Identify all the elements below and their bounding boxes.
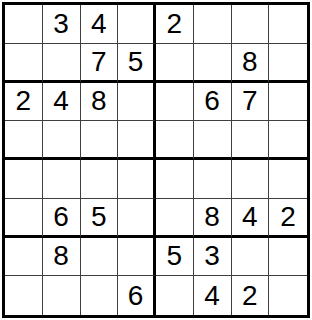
cell-r1c3: 4: [81, 5, 119, 44]
cell-r8c7: 2: [232, 276, 270, 315]
cell-r7c8[interactable]: [269, 238, 307, 277]
cell-r6c8: 2: [269, 199, 307, 238]
cell-r4c7[interactable]: [232, 121, 270, 160]
cell-r5c8[interactable]: [269, 160, 307, 199]
given-digit: 6: [128, 282, 144, 310]
cell-r2c1[interactable]: [5, 44, 43, 83]
given-digit: 6: [204, 87, 220, 115]
cell-r1c4[interactable]: [118, 5, 156, 44]
given-digit: 7: [91, 48, 107, 76]
cell-r6c7: 4: [232, 199, 270, 238]
cell-r3c7: 7: [232, 83, 270, 122]
cell-r4c4[interactable]: [118, 121, 156, 160]
given-digit: 5: [167, 242, 183, 270]
cell-r7c4[interactable]: [118, 238, 156, 277]
cell-r3c5[interactable]: [156, 83, 194, 122]
cell-r7c6: 3: [194, 238, 232, 277]
given-digit: 3: [204, 242, 220, 270]
cell-r5c1[interactable]: [5, 160, 43, 199]
cell-r2c7: 8: [232, 44, 270, 83]
cell-r1c6[interactable]: [194, 5, 232, 44]
cell-r4c8[interactable]: [269, 121, 307, 160]
cell-r1c1[interactable]: [5, 5, 43, 44]
cell-r3c4[interactable]: [118, 83, 156, 122]
cell-r5c7[interactable]: [232, 160, 270, 199]
given-digit: 4: [204, 282, 220, 310]
cell-r1c5: 2: [156, 5, 194, 44]
sudoku-board: 3427582486765842853642: [2, 2, 310, 318]
cell-r2c8[interactable]: [269, 44, 307, 83]
cell-r5c3[interactable]: [81, 160, 119, 199]
given-digit: 4: [91, 10, 107, 38]
cell-r4c5[interactable]: [156, 121, 194, 160]
cell-r4c6[interactable]: [194, 121, 232, 160]
cell-r1c7[interactable]: [232, 5, 270, 44]
given-digit: 8: [53, 242, 69, 270]
cell-r7c5: 5: [156, 238, 194, 277]
cell-r8c6: 4: [194, 276, 232, 315]
cell-r8c1[interactable]: [5, 276, 43, 315]
cell-r4c1[interactable]: [5, 121, 43, 160]
given-digit: 2: [167, 10, 183, 38]
cell-r6c6: 8: [194, 199, 232, 238]
cell-r2c5[interactable]: [156, 44, 194, 83]
cell-r8c8[interactable]: [269, 276, 307, 315]
cell-r5c4[interactable]: [118, 160, 156, 199]
cell-r1c2: 3: [43, 5, 81, 44]
cell-r7c2: 8: [43, 238, 81, 277]
given-digit: 8: [242, 48, 258, 76]
cell-r8c2[interactable]: [43, 276, 81, 315]
cell-r3c3: 8: [81, 83, 119, 122]
given-digit: 5: [128, 48, 144, 76]
cell-r2c6[interactable]: [194, 44, 232, 83]
cell-r6c4[interactable]: [118, 199, 156, 238]
cell-r3c1: 2: [5, 83, 43, 122]
cell-r7c7[interactable]: [232, 238, 270, 277]
cell-r6c3: 5: [81, 199, 119, 238]
given-digit: 7: [242, 87, 258, 115]
cell-r2c2[interactable]: [43, 44, 81, 83]
given-digit: 2: [280, 203, 296, 231]
cell-r8c5[interactable]: [156, 276, 194, 315]
cell-r3c6: 6: [194, 83, 232, 122]
given-digit: 5: [91, 203, 107, 231]
cell-r6c1[interactable]: [5, 199, 43, 238]
given-digit: 6: [53, 203, 69, 231]
cell-r7c1[interactable]: [5, 238, 43, 277]
cell-r7c3[interactable]: [81, 238, 119, 277]
given-digit: 2: [242, 282, 258, 310]
cell-r4c2[interactable]: [43, 121, 81, 160]
given-digit: 8: [91, 87, 107, 115]
cell-r6c2: 6: [43, 199, 81, 238]
cell-r3c8[interactable]: [269, 83, 307, 122]
given-digit: 8: [204, 203, 220, 231]
cell-r2c3: 7: [81, 44, 119, 83]
given-digit: 3: [53, 10, 69, 38]
cell-r1c8[interactable]: [269, 5, 307, 44]
cell-r8c3[interactable]: [81, 276, 119, 315]
cell-r5c2[interactable]: [43, 160, 81, 199]
given-digit: 2: [16, 87, 32, 115]
cell-r4c3[interactable]: [81, 121, 119, 160]
cell-r5c5[interactable]: [156, 160, 194, 199]
cell-r6c5[interactable]: [156, 199, 194, 238]
given-digit: 4: [53, 87, 69, 115]
cell-r3c2: 4: [43, 83, 81, 122]
cell-r2c4: 5: [118, 44, 156, 83]
cell-r5c6[interactable]: [194, 160, 232, 199]
cell-r8c4: 6: [118, 276, 156, 315]
given-digit: 4: [242, 203, 258, 231]
